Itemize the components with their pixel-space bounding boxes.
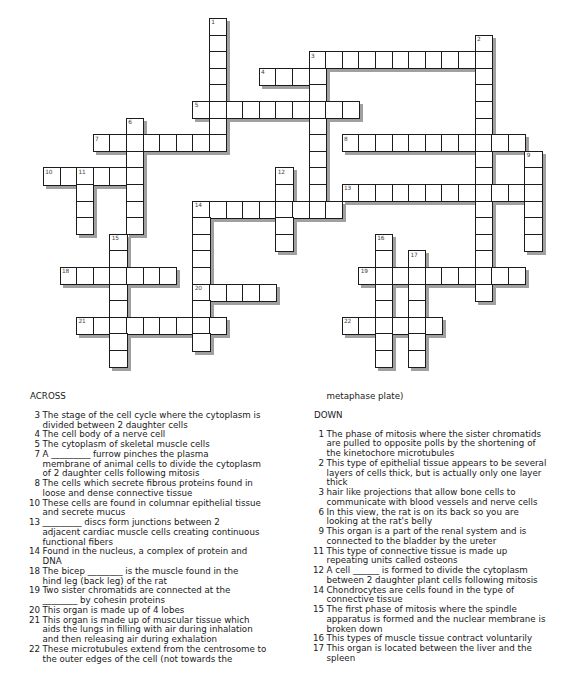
cell-r15c23[interactable] <box>425 267 443 285</box>
cell-r10c14[interactable] <box>275 184 293 202</box>
cell-r20c22[interactable] <box>408 350 426 368</box>
clue-text: This organ is located between the liver … <box>327 644 567 664</box>
cell-r17c9[interactable] <box>192 300 210 318</box>
cell-r13c29[interactable] <box>524 234 542 252</box>
cell-r13c26[interactable] <box>475 234 493 252</box>
cell-r18c9[interactable] <box>192 317 210 335</box>
cell-number-6: 6 <box>128 119 132 125</box>
cell-number-14: 14 <box>195 202 202 208</box>
clue-number: 19 <box>29 586 40 596</box>
clue-text: The first phase of mitosis where the spi… <box>327 605 567 634</box>
clue-number: 14 <box>313 586 324 596</box>
cell-r7c24[interactable] <box>441 134 459 152</box>
cell-r16c10[interactable] <box>209 284 227 302</box>
cell-r7c27[interactable] <box>491 134 509 152</box>
clue-number: 9 <box>313 527 324 537</box>
cell-r18c6[interactable] <box>143 317 161 335</box>
cell-r15c26[interactable] <box>475 267 493 285</box>
cell-number-20: 20 <box>195 285 202 291</box>
cell-r14c22[interactable]: 17 <box>408 250 426 268</box>
cell-r18c20[interactable] <box>375 317 393 335</box>
across-clue-10: 10These cells are found in columnar epit… <box>30 499 280 519</box>
cell-r14c4[interactable] <box>109 250 127 268</box>
down-clue-12: 12A cell ______ is formed to divide the … <box>314 566 566 586</box>
clue-text: Chondrocytes are cells found in the type… <box>327 586 567 606</box>
across-clue-21: 21This organ is made up of muscular tiss… <box>30 616 280 645</box>
cell-r20c20[interactable] <box>375 350 393 368</box>
cell-r10c29[interactable] <box>524 184 542 202</box>
cell-number-2: 2 <box>477 36 481 42</box>
cell-number-4: 4 <box>261 69 265 75</box>
clue-text: This organ is made up of muscular tissue… <box>43 616 281 645</box>
down-clue-15: 15The first phase of mitosis where the s… <box>314 605 566 634</box>
cell-r7c18[interactable]: 8 <box>342 134 360 152</box>
cell-r12c14[interactable] <box>275 217 293 235</box>
cell-r2c21[interactable] <box>392 51 410 69</box>
clue-text: This type of connective tissue is made u… <box>327 547 567 567</box>
cell-r3c13[interactable]: 4 <box>259 68 277 86</box>
cell-r11c9[interactable]: 14 <box>192 201 210 219</box>
cell-number-9: 9 <box>527 152 531 158</box>
cell-r11c26[interactable] <box>475 201 493 219</box>
across-clue-18: 18The bicep ________ is the muscle found… <box>30 567 280 587</box>
cell-r17c20[interactable] <box>375 300 393 318</box>
cell-r7c25[interactable] <box>458 134 476 152</box>
cell-r10c20[interactable] <box>375 184 393 202</box>
across-clue-14: 14Found in the nucleus, a complex of pro… <box>30 547 280 567</box>
cell-r9c4[interactable] <box>109 167 127 185</box>
cell-r7c19[interactable] <box>358 134 376 152</box>
cell-r8c26[interactable] <box>475 151 493 169</box>
cell-r10c28[interactable] <box>508 184 526 202</box>
cell-r7c9[interactable] <box>192 134 210 152</box>
cell-r7c6[interactable] <box>143 134 161 152</box>
cell-r9c5[interactable] <box>126 167 144 185</box>
cell-r12c9[interactable] <box>192 217 210 235</box>
clue-22-continuation: metaphase plate) <box>314 392 566 402</box>
down-clue-17: 17This organ is located between the live… <box>314 644 566 664</box>
cell-r17c22[interactable] <box>408 300 426 318</box>
cell-r6c5[interactable]: 6 <box>126 118 144 136</box>
cell-r7c5[interactable] <box>126 134 144 152</box>
clue-number: 11 <box>313 547 324 557</box>
cell-r9c29[interactable] <box>524 167 542 185</box>
cell-r4c16[interactable] <box>309 84 327 102</box>
down-clue-11: 11This type of connective tissue is made… <box>314 547 566 567</box>
cell-r2c20[interactable] <box>375 51 393 69</box>
cell-r18c23[interactable] <box>425 317 443 335</box>
cell-r9c16[interactable] <box>309 167 327 185</box>
across-clue-19: 19Two sister chromatids are connected at… <box>30 586 280 606</box>
cell-r16c13[interactable] <box>259 284 277 302</box>
cell-r19c9[interactable] <box>192 333 210 351</box>
cell-r11c12[interactable] <box>242 201 260 219</box>
cell-r18c5[interactable] <box>126 317 144 335</box>
cell-r15c9[interactable] <box>192 267 210 285</box>
crossword-grid: 12345678910111213141516171819202122 <box>43 18 543 369</box>
cell-r9c0[interactable]: 10 <box>43 167 61 185</box>
cell-number-7: 7 <box>95 136 99 142</box>
cell-r5c11[interactable] <box>226 101 244 119</box>
clue-number: 3 <box>29 411 40 421</box>
cell-r13c14[interactable] <box>275 234 293 252</box>
cell-r18c18[interactable]: 22 <box>342 317 360 335</box>
clue-number: 10 <box>29 499 40 509</box>
cell-r10c27[interactable] <box>491 184 509 202</box>
down-clue-6: 6In this view, the rat is on its back so… <box>314 508 566 528</box>
cell-r15c25[interactable] <box>458 267 476 285</box>
across-clue-list: 3The stage of the cell cycle where the c… <box>30 411 280 665</box>
cell-number-1: 1 <box>211 19 215 25</box>
cell-r4c26[interactable] <box>475 84 493 102</box>
cell-number-21: 21 <box>78 318 85 324</box>
cell-r10c25[interactable] <box>458 184 476 202</box>
cell-r10c26[interactable] <box>475 184 493 202</box>
across-clue-7: 7A _________ furrow pinches the plasmame… <box>30 450 280 479</box>
across-clue-13: 13_________ discs form junctions between… <box>30 518 280 547</box>
cell-r3c14[interactable] <box>275 68 293 86</box>
cell-r7c7[interactable] <box>159 134 177 152</box>
cell-r5c13[interactable] <box>259 101 277 119</box>
clue-number: 22 <box>29 645 40 655</box>
cell-r1c10[interactable] <box>209 35 227 53</box>
cell-number-18: 18 <box>62 268 69 274</box>
clue-number: 2 <box>313 459 324 469</box>
cell-r4c10[interactable] <box>209 84 227 102</box>
cell-r16c9[interactable]: 20 <box>192 284 210 302</box>
cell-r5c10[interactable] <box>209 101 227 119</box>
cell-r11c17[interactable] <box>325 201 343 219</box>
clue-text: These cells are found in columnar epithe… <box>43 499 281 519</box>
cell-r5c18[interactable] <box>342 101 360 119</box>
cell-r18c21[interactable] <box>392 317 410 335</box>
cell-r7c21[interactable] <box>392 134 410 152</box>
cell-r15c27[interactable] <box>491 267 509 285</box>
clue-number: 15 <box>313 605 324 615</box>
cell-r11c16[interactable] <box>309 201 327 219</box>
cell-r19c4[interactable] <box>109 333 127 351</box>
cell-r15c28[interactable] <box>508 267 526 285</box>
cell-r14c20[interactable] <box>375 250 393 268</box>
across-clues-column: ACROSS 3The stage of the cell cycle wher… <box>30 392 280 664</box>
cell-number-19: 19 <box>361 268 368 274</box>
cell-r12c2[interactable] <box>76 217 94 235</box>
cell-r6c26[interactable] <box>475 118 493 136</box>
across-clue-3: 3The stage of the cell cycle where the c… <box>30 411 280 431</box>
cell-r7c8[interactable] <box>176 134 194 152</box>
clue-number: 1 <box>313 430 324 440</box>
cell-r11c29[interactable] <box>524 201 542 219</box>
cell-r10c23[interactable] <box>425 184 443 202</box>
cell-r7c10[interactable] <box>209 134 227 152</box>
clue-text: Two sister chromatids are connected at t… <box>43 586 281 606</box>
cell-r5c12[interactable] <box>242 101 260 119</box>
clue-number: 21 <box>29 616 40 626</box>
cell-r2c24[interactable] <box>441 51 459 69</box>
clue-text: This organ is a part of the renal system… <box>327 527 567 547</box>
cell-r2c19[interactable] <box>358 51 376 69</box>
cell-number-22: 22 <box>344 318 351 324</box>
cell-number-3: 3 <box>311 53 315 59</box>
down-header: DOWN <box>314 411 566 421</box>
cell-r11c11[interactable] <box>226 201 244 219</box>
cell-r11c5[interactable] <box>126 201 144 219</box>
cell-r18c8[interactable] <box>176 317 194 335</box>
across-header: ACROSS <box>30 392 280 402</box>
clue-text: A _________ furrow pinches the plasmamem… <box>43 450 281 479</box>
cell-r11c13[interactable] <box>259 201 277 219</box>
clue-text: The phase of mitosis where the sister ch… <box>327 430 567 459</box>
cell-r10c21[interactable] <box>392 184 410 202</box>
clue-text: Found in the nucleus, a complex of prote… <box>43 547 281 567</box>
cell-r7c23[interactable] <box>425 134 443 152</box>
cell-r13c4[interactable]: 15 <box>109 234 127 252</box>
cell-r2c18[interactable] <box>342 51 360 69</box>
cell-r7c16[interactable] <box>309 134 327 152</box>
cell-r7c28[interactable] <box>508 134 526 152</box>
clue-text: The stage of the cell cycle where the cy… <box>43 411 281 431</box>
cell-r11c10[interactable] <box>209 201 227 219</box>
cell-r15c4[interactable] <box>109 267 127 285</box>
cell-r17c4[interactable] <box>109 300 127 318</box>
cell-r1c26[interactable]: 2 <box>475 35 493 53</box>
cell-r16c22[interactable] <box>408 284 426 302</box>
cell-r3c15[interactable] <box>292 68 310 86</box>
cell-r10c22[interactable] <box>408 184 426 202</box>
cell-r8c5[interactable] <box>126 151 144 169</box>
cell-r10c18[interactable]: 13 <box>342 184 360 202</box>
cell-r2c10[interactable] <box>209 51 227 69</box>
clue-number: 18 <box>29 567 40 577</box>
cell-r18c2[interactable]: 21 <box>76 317 94 335</box>
cell-r10c16[interactable] <box>309 184 327 202</box>
cell-number-13: 13 <box>344 185 351 191</box>
cell-r18c22[interactable] <box>408 317 426 335</box>
down-clue-list: 1The phase of mitosis where the sister c… <box>314 430 566 664</box>
cell-r7c3[interactable]: 7 <box>93 134 111 152</box>
cell-r9c1[interactable] <box>60 167 78 185</box>
cell-r10c2[interactable] <box>76 184 94 202</box>
cell-r16c11[interactable] <box>226 284 244 302</box>
cell-r16c4[interactable] <box>109 284 127 302</box>
down-clue-14: 14Chondrocytes are cells found in the ty… <box>314 586 566 606</box>
cell-r18c4[interactable] <box>109 317 127 335</box>
cell-r7c20[interactable] <box>375 134 393 152</box>
down-clue-2: 2This type of epithelial tissue appears … <box>314 459 566 488</box>
across-clue-22: 22These microtubules extend from the cen… <box>30 645 280 665</box>
clue-text: These microtubules extend from the centr… <box>43 645 281 665</box>
cell-r11c15[interactable] <box>292 201 310 219</box>
cell-r15c24[interactable] <box>441 267 459 285</box>
clue-number: 8 <box>29 479 40 489</box>
across-clue-8: 8The cells which secrete fibrous protein… <box>30 479 280 499</box>
cell-r2c16[interactable]: 3 <box>309 51 327 69</box>
cell-number-11: 11 <box>78 169 85 175</box>
cell-r15c5[interactable] <box>126 267 144 285</box>
clue-number: 17 <box>313 644 324 654</box>
cell-r5c9[interactable]: 5 <box>192 101 210 119</box>
cell-number-5: 5 <box>195 102 199 108</box>
cell-r9c26[interactable] <box>475 167 493 185</box>
cell-r16c26[interactable] <box>475 284 493 302</box>
cell-r2c23[interactable] <box>425 51 443 69</box>
cell-r15c22[interactable] <box>408 267 426 285</box>
cell-r15c21[interactable] <box>392 267 410 285</box>
clue-number: 3 <box>313 488 324 498</box>
cell-r15c6[interactable] <box>143 267 161 285</box>
cell-r6c10[interactable] <box>209 118 227 136</box>
cell-number-17: 17 <box>410 252 417 258</box>
cell-r0c10[interactable]: 1 <box>209 18 227 36</box>
cell-r11c14[interactable] <box>275 201 293 219</box>
clue-text: The cells which secrete fibrous proteins… <box>43 479 281 499</box>
clue-number: 14 <box>29 547 40 557</box>
cell-r14c26[interactable] <box>475 250 493 268</box>
cell-number-10: 10 <box>45 169 52 175</box>
cell-number-15: 15 <box>112 235 119 241</box>
cell-r14c9[interactable] <box>192 250 210 268</box>
cell-number-12: 12 <box>278 169 285 175</box>
cell-r9c3[interactable] <box>93 167 111 185</box>
cell-r12c5[interactable] <box>126 217 144 235</box>
cell-r12c26[interactable] <box>475 217 493 235</box>
cell-r15c2[interactable] <box>76 267 94 285</box>
cell-r18c10[interactable] <box>209 317 227 335</box>
clue-text: hair like projections that allow bone ce… <box>327 488 567 508</box>
clue-text: In this view, the rat is on its back so … <box>327 508 567 528</box>
cell-r19c22[interactable] <box>408 333 426 351</box>
cell-r16c20[interactable] <box>375 284 393 302</box>
cell-number-8: 8 <box>344 136 348 142</box>
cell-r18c19[interactable] <box>358 317 376 335</box>
cell-r2c26[interactable] <box>475 51 493 69</box>
cell-r7c26[interactable] <box>475 134 493 152</box>
down-clue-9: 9This organ is a part of the renal syste… <box>314 527 566 547</box>
cell-r15c1[interactable]: 18 <box>60 267 78 285</box>
clue-number: 7 <box>29 450 40 460</box>
cell-r5c16[interactable] <box>309 101 327 119</box>
cell-r18c7[interactable] <box>159 317 177 335</box>
cell-r3c26[interactable] <box>475 68 493 86</box>
down-clue-3: 3hair like projections that allow bone c… <box>314 488 566 508</box>
clue-text: A cell ______ is formed to divide the cy… <box>327 566 567 586</box>
cell-r11c2[interactable] <box>76 201 94 219</box>
cell-r20c4[interactable] <box>109 350 127 368</box>
clue-number: 13 <box>29 518 40 528</box>
cell-r3c16[interactable] <box>309 68 327 86</box>
cell-r7c22[interactable] <box>408 134 426 152</box>
cell-r2c17[interactable] <box>325 51 343 69</box>
cell-r5c17[interactable] <box>325 101 343 119</box>
cell-r15c7[interactable] <box>159 267 177 285</box>
clue-number: 12 <box>313 566 324 576</box>
cell-r7c4[interactable] <box>109 134 127 152</box>
cell-r9c14[interactable]: 12 <box>275 167 293 185</box>
cell-r2c25[interactable] <box>458 51 476 69</box>
cell-r5c14[interactable] <box>275 101 293 119</box>
cell-r13c20[interactable]: 16 <box>375 234 393 252</box>
cell-r18c3[interactable] <box>93 317 111 335</box>
clue-text: _________ discs form junctions between 2… <box>43 518 281 547</box>
cell-r12c29[interactable] <box>524 217 542 235</box>
cell-r16c12[interactable] <box>242 284 260 302</box>
cell-r2c22[interactable] <box>408 51 426 69</box>
cell-r8c16[interactable] <box>309 151 327 169</box>
clue-text: The bicep ________ is the muscle found i… <box>43 567 281 587</box>
cell-r10c19[interactable] <box>358 184 376 202</box>
cell-r10c24[interactable] <box>441 184 459 202</box>
cell-r6c16[interactable] <box>309 118 327 136</box>
cell-r5c15[interactable] <box>292 101 310 119</box>
crossword-page: 12345678910111213141516171819202122 ACRO… <box>0 0 586 700</box>
clue-text: This type of epithelial tissue appears t… <box>327 459 567 488</box>
cell-r9c2[interactable]: 11 <box>76 167 94 185</box>
cell-r8c29[interactable]: 9 <box>524 151 542 169</box>
cell-r5c26[interactable] <box>475 101 493 119</box>
cell-r3c10[interactable] <box>209 68 227 86</box>
cell-r15c3[interactable] <box>93 267 111 285</box>
cell-r15c19[interactable]: 19 <box>358 267 376 285</box>
cell-r13c9[interactable] <box>192 234 210 252</box>
cell-r10c5[interactable] <box>126 184 144 202</box>
cell-number-16: 16 <box>377 235 384 241</box>
cell-r19c20[interactable] <box>375 333 393 351</box>
cell-r15c20[interactable] <box>375 267 393 285</box>
down-clue-1: 1The phase of mitosis where the sister c… <box>314 430 566 459</box>
clue-number: 6 <box>313 508 324 518</box>
down-clues-column: metaphase plate) DOWN 1The phase of mito… <box>314 392 566 664</box>
